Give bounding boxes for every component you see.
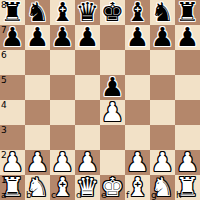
file-label-g: g — [151, 191, 157, 200]
file-label-c: c — [51, 191, 56, 200]
rank-label-3: 3 — [1, 126, 7, 135]
black-pawn[interactable]: ♟ — [126, 25, 149, 50]
square-c5[interactable] — [50, 75, 75, 100]
square-b7[interactable]: ♟ — [25, 25, 50, 50]
square-f5[interactable] — [125, 75, 150, 100]
white-bishop[interactable]: ♝ — [126, 175, 149, 200]
square-f6[interactable] — [125, 50, 150, 75]
square-d4[interactable] — [75, 100, 100, 125]
file-label-h: h — [176, 191, 182, 200]
rank-label-4: 4 — [1, 101, 7, 110]
rank-label-1: 1 — [1, 176, 7, 185]
square-e8[interactable]: ♚ — [100, 0, 125, 25]
file-label-d: d — [76, 191, 82, 200]
black-king[interactable]: ♚ — [101, 0, 124, 25]
square-e4[interactable]: ♟ — [100, 100, 125, 125]
square-b4[interactable] — [25, 100, 50, 125]
black-pawn[interactable]: ♟ — [51, 25, 74, 50]
rank-label-8: 8 — [1, 1, 7, 10]
square-f7[interactable]: ♟ — [125, 25, 150, 50]
square-d5[interactable] — [75, 75, 100, 100]
square-c4[interactable] — [50, 100, 75, 125]
square-d7[interactable]: ♟ — [75, 25, 100, 50]
rank-label-2: 2 — [1, 151, 7, 160]
square-e7[interactable] — [100, 25, 125, 50]
black-pawn[interactable]: ♟ — [26, 25, 49, 50]
square-g5[interactable] — [150, 75, 175, 100]
square-b6[interactable] — [25, 50, 50, 75]
file-label-a: a — [1, 191, 7, 200]
black-pawn[interactable]: ♟ — [151, 25, 174, 50]
square-b5[interactable] — [25, 75, 50, 100]
file-label-b: b — [26, 191, 32, 200]
file-label-e: e — [101, 191, 107, 200]
square-c7[interactable]: ♟ — [50, 25, 75, 50]
black-pawn[interactable]: ♟ — [76, 25, 99, 50]
chess-board: ♜♞♝♛♚♝♞♜♟♟♟♟♟♟♟♟♟♟♟♟♟♟♟♟♜♞♝♛♚♝♞♜87654321… — [0, 0, 200, 200]
square-h4[interactable] — [175, 100, 200, 125]
file-label-f: f — [126, 191, 129, 200]
square-g6[interactable] — [150, 50, 175, 75]
square-e3[interactable] — [100, 125, 125, 150]
rank-label-6: 6 — [1, 51, 7, 60]
square-d6[interactable] — [75, 50, 100, 75]
square-f4[interactable] — [125, 100, 150, 125]
square-h7[interactable]: ♟ — [175, 25, 200, 50]
rank-label-5: 5 — [1, 76, 7, 85]
square-h6[interactable] — [175, 50, 200, 75]
square-g4[interactable] — [150, 100, 175, 125]
square-g7[interactable]: ♟ — [150, 25, 175, 50]
square-h5[interactable] — [175, 75, 200, 100]
square-c6[interactable] — [50, 50, 75, 75]
rank-label-7: 7 — [1, 26, 7, 35]
black-pawn[interactable]: ♟ — [176, 25, 199, 50]
white-pawn[interactable]: ♟ — [101, 100, 124, 125]
